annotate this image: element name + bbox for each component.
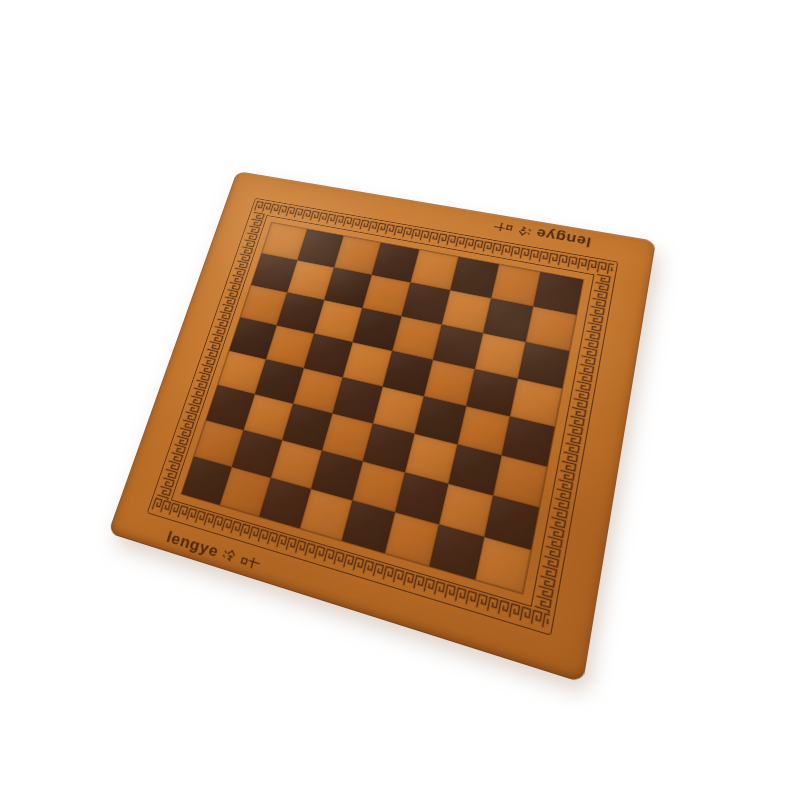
chess-board: lengye lengye bbox=[108, 171, 656, 683]
board-shadow: lengye lengye bbox=[0, 0, 800, 800]
brand-cjk-leng-icon bbox=[516, 224, 532, 238]
brand-cjk-ye-icon bbox=[239, 552, 263, 572]
brand-cjk-ye-icon bbox=[492, 220, 514, 234]
brand-cjk-leng-icon bbox=[220, 547, 238, 565]
product-photo-canvas: lengye lengye bbox=[0, 0, 800, 800]
brand-latin-text: lengye bbox=[165, 529, 221, 560]
brand-latin-text: lengye bbox=[534, 226, 591, 248]
